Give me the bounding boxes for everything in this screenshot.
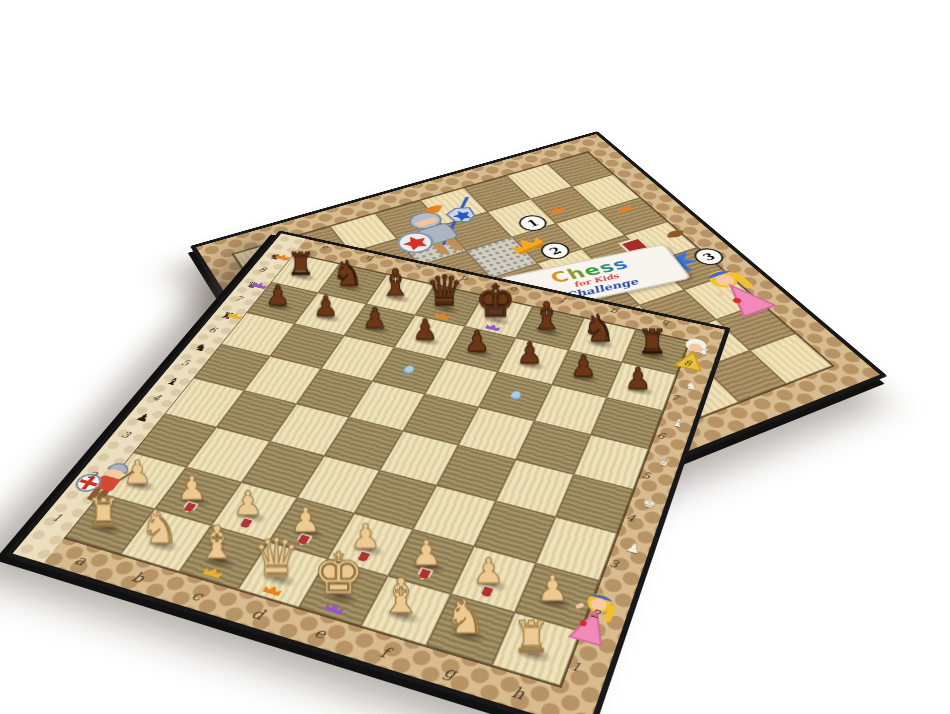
piece-glyph: ♟ (299, 292, 353, 320)
piece-glyph: ♛ (243, 531, 311, 584)
piece-glyph: ♝ (184, 521, 251, 567)
piece-glyph: ♟ (393, 536, 460, 571)
piece-glyph: ♝ (366, 573, 436, 621)
piece-glyph: ♟ (501, 339, 558, 368)
piece-glyph: ♟ (518, 571, 587, 607)
piece-glyph: ♝ (519, 297, 574, 335)
piece-glyph: ♚ (303, 545, 372, 602)
piece-glyph: ♞ (126, 505, 192, 549)
piece-glyph: ♟ (105, 457, 168, 490)
piece-glyph: ♞ (571, 310, 627, 347)
piece-glyph: ♟ (251, 281, 305, 309)
piece-glyph: ♜ (496, 617, 568, 660)
piece-glyph: ♛ (418, 270, 472, 312)
piece-glyph: ♟ (555, 351, 612, 381)
piece-glyph: ♜ (275, 248, 327, 279)
piece-glyph: ♞ (321, 255, 374, 290)
piece-glyph: ♚ (468, 278, 522, 323)
piece-glyph: ♞ (430, 593, 501, 640)
piece-glyph: ♜ (624, 325, 680, 359)
piece-glyph: ♟ (398, 315, 453, 344)
piece-glyph: ♟ (610, 364, 668, 394)
piece-glyph: ♟ (455, 554, 523, 589)
piece-glyph: ♟ (348, 304, 403, 332)
piece-glyph: ♝ (369, 265, 422, 301)
piece-glyph: ♟ (160, 472, 224, 505)
piece-glyph: ♟ (449, 327, 505, 356)
product-scene: ♟ Chess for Kids Challenge 1 2 3 (0, 0, 950, 714)
